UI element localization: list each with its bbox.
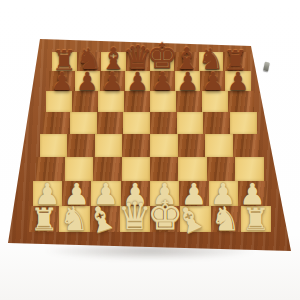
square-c4[interactable]: [95, 134, 123, 157]
square-e5[interactable]: [150, 112, 177, 134]
square-h5[interactable]: [230, 112, 257, 134]
square-b4[interactable]: [67, 134, 95, 157]
square-h4[interactable]: [233, 134, 261, 157]
square-g5[interactable]: [203, 112, 230, 134]
square-f4[interactable]: [178, 134, 206, 157]
square-a4[interactable]: [40, 134, 68, 157]
board-rank-5: [43, 112, 257, 134]
black-pawn-g7[interactable]: ♟: [202, 69, 224, 94]
square-d4[interactable]: [122, 134, 150, 157]
black-pawn-h7[interactable]: ♟: [227, 69, 249, 94]
square-e4[interactable]: [150, 134, 178, 157]
square-d5[interactable]: [123, 112, 150, 134]
square-b5[interactable]: [70, 112, 97, 134]
square-c5[interactable]: [97, 112, 124, 134]
black-pawn-f7[interactable]: ♟: [177, 69, 199, 94]
board-rank-4: [40, 134, 260, 157]
chess-set-photo: ♜♞♝♛♚♝♞♜♟♟♟♟♟♟♟♟♟♟♟♟♟♟♟♟♜♞♝♛♚♝♞♜: [0, 0, 300, 300]
white-rook-h1[interactable]: ♜: [242, 204, 270, 235]
black-pawn-a7[interactable]: ♟: [51, 69, 73, 94]
square-a5[interactable]: [43, 112, 70, 134]
black-pawn-c7[interactable]: ♟: [101, 69, 123, 94]
white-rook-a1[interactable]: ♜: [30, 204, 58, 235]
black-pawn-e7[interactable]: ♟: [151, 69, 173, 94]
white-knight-g1[interactable]: ♞: [211, 202, 241, 235]
square-g4[interactable]: [205, 134, 233, 157]
black-pawn-d7[interactable]: ♟: [126, 69, 148, 94]
square-f5[interactable]: [177, 112, 204, 134]
black-pawn-b7[interactable]: ♟: [76, 69, 98, 94]
